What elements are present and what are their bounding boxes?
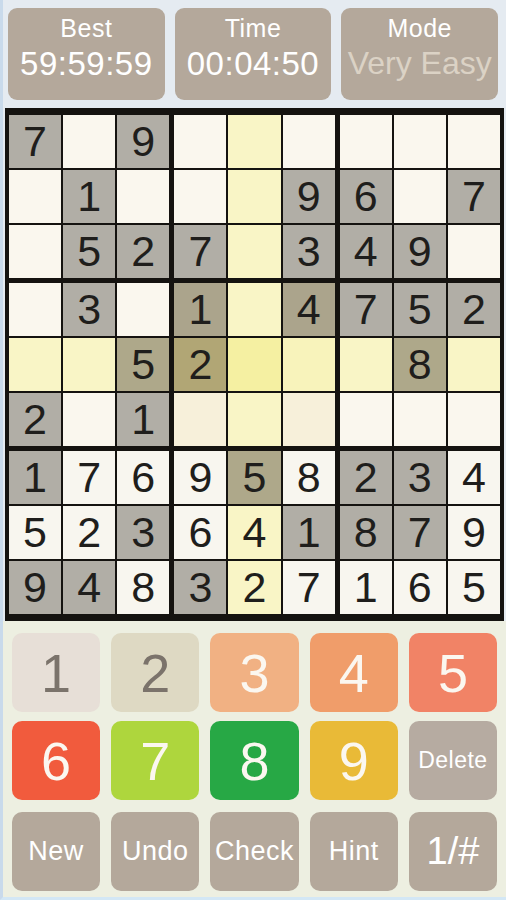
board-box-8: 958641327 [174, 451, 334, 614]
cell-r5c9[interactable] [448, 338, 500, 391]
cell-r1c3[interactable]: 9 [117, 115, 169, 168]
cell-r3c2[interactable]: 5 [63, 225, 115, 278]
cell-r2c4[interactable] [174, 170, 226, 223]
cell-r6c3[interactable]: 1 [117, 393, 169, 446]
num-button-9[interactable]: 9 [310, 721, 398, 800]
num-button-5[interactable]: 5 [409, 633, 497, 712]
cell-r9c6[interactable]: 7 [283, 561, 335, 614]
cell-r8c9[interactable]: 9 [448, 506, 500, 559]
cell-r3c4[interactable]: 7 [174, 225, 226, 278]
cell-r6c9[interactable] [448, 393, 500, 446]
new-button[interactable]: New [12, 812, 100, 891]
cell-r2c9[interactable]: 7 [448, 170, 500, 223]
cell-r5c7[interactable] [340, 338, 392, 391]
button-pad: 12345 6789Delete NewUndoCheckHint1/# [3, 621, 506, 900]
cell-r7c7[interactable]: 2 [340, 451, 392, 504]
cell-r4c1[interactable] [9, 283, 61, 336]
mode-value: Very Easy [341, 45, 498, 82]
board-box-9: 234879165 [340, 451, 500, 614]
cell-r2c3[interactable] [117, 170, 169, 223]
cell-r4c5[interactable] [228, 283, 280, 336]
cell-r5c1[interactable] [9, 338, 61, 391]
cell-r6c1[interactable]: 2 [9, 393, 61, 446]
cell-r4c9[interactable]: 2 [448, 283, 500, 336]
cell-r4c6[interactable]: 4 [283, 283, 335, 336]
cell-r9c9[interactable]: 5 [448, 561, 500, 614]
cell-r3c1[interactable] [9, 225, 61, 278]
cell-r1c8[interactable] [394, 115, 446, 168]
undo-button[interactable]: Undo [111, 812, 199, 891]
cell-r2c1[interactable] [9, 170, 61, 223]
cell-r1c6[interactable] [283, 115, 335, 168]
cell-r1c2[interactable] [63, 115, 115, 168]
num-button-1[interactable]: 1 [12, 633, 100, 712]
delete-button[interactable]: Delete [409, 721, 497, 800]
cell-r6c6[interactable] [283, 393, 335, 446]
cell-r4c8[interactable]: 5 [394, 283, 446, 336]
num-button-4[interactable]: 4 [310, 633, 398, 712]
cell-r7c2[interactable]: 7 [63, 451, 115, 504]
toolbar: Best 59:59:59 Time 00:04:50 Mode Very Ea… [3, 0, 506, 100]
check-button[interactable]: Check [210, 812, 298, 891]
num-button-7[interactable]: 7 [111, 721, 199, 800]
cell-r7c1[interactable]: 1 [9, 451, 61, 504]
cell-r1c1[interactable]: 7 [9, 115, 61, 168]
cell-r5c2[interactable] [63, 338, 115, 391]
number-pad-row-2: 6789Delete [12, 721, 497, 800]
cell-r9c2[interactable]: 4 [63, 561, 115, 614]
cell-r5c3[interactable]: 5 [117, 338, 169, 391]
cell-r9c7[interactable]: 1 [340, 561, 392, 614]
cell-r1c9[interactable] [448, 115, 500, 168]
cell-r9c8[interactable]: 6 [394, 561, 446, 614]
board-box-7: 176523948 [9, 451, 169, 614]
cell-r3c6[interactable]: 3 [283, 225, 335, 278]
numpad-toggle-button[interactable]: 1/# [409, 812, 497, 891]
cell-r4c7[interactable]: 7 [340, 283, 392, 336]
cell-r2c8[interactable] [394, 170, 446, 223]
cell-r6c7[interactable] [340, 393, 392, 446]
cell-r6c2[interactable] [63, 393, 115, 446]
board-box-5: 142 [174, 283, 334, 446]
cell-r1c4[interactable] [174, 115, 226, 168]
sudoku-board: 7915297367493521142752817652394895864132… [5, 108, 504, 621]
cell-r3c9[interactable] [448, 225, 500, 278]
cell-r7c5[interactable]: 5 [228, 451, 280, 504]
cell-r2c2[interactable]: 1 [63, 170, 115, 223]
cell-r8c8[interactable]: 7 [394, 506, 446, 559]
cell-r2c5[interactable] [228, 170, 280, 223]
cell-r6c8[interactable] [394, 393, 446, 446]
time-value: 00:04:50 [175, 45, 332, 83]
board-box-6: 7528 [340, 283, 500, 446]
cell-r9c4[interactable]: 3 [174, 561, 226, 614]
cell-r7c9[interactable]: 4 [448, 451, 500, 504]
cell-r5c6[interactable] [283, 338, 335, 391]
cell-r7c3[interactable]: 6 [117, 451, 169, 504]
hint-button[interactable]: Hint [310, 812, 398, 891]
board-box-3: 6749 [340, 115, 500, 278]
cell-r3c3[interactable]: 2 [117, 225, 169, 278]
cell-r3c8[interactable]: 9 [394, 225, 446, 278]
app-screen: Best 59:59:59 Time 00:04:50 Mode Very Ea… [0, 0, 506, 900]
cell-r5c8[interactable]: 8 [394, 338, 446, 391]
num-button-6[interactable]: 6 [12, 721, 100, 800]
cell-r7c4[interactable]: 9 [174, 451, 226, 504]
board-box-4: 3521 [9, 283, 169, 446]
best-panel: Best 59:59:59 [8, 8, 165, 100]
num-button-8[interactable]: 8 [210, 721, 298, 800]
cell-r1c5[interactable] [228, 115, 280, 168]
cell-r8c1[interactable]: 5 [9, 506, 61, 559]
cell-r7c6[interactable]: 8 [283, 451, 335, 504]
cell-r2c7[interactable]: 6 [340, 170, 392, 223]
cell-r8c7[interactable]: 8 [340, 506, 392, 559]
num-button-2[interactable]: 2 [111, 633, 199, 712]
cell-r1c7[interactable] [340, 115, 392, 168]
best-value: 59:59:59 [8, 45, 165, 83]
mode-panel[interactable]: Mode Very Easy [341, 8, 498, 100]
action-button-row: NewUndoCheckHint1/# [12, 812, 497, 891]
cell-r5c5[interactable] [228, 338, 280, 391]
board-box-2: 973 [174, 115, 334, 278]
number-pad-row-1: 12345 [12, 633, 497, 712]
cell-r8c4[interactable]: 6 [174, 506, 226, 559]
cell-r9c1[interactable]: 9 [9, 561, 61, 614]
board-box-1: 79152 [9, 115, 169, 278]
cell-r9c5[interactable]: 2 [228, 561, 280, 614]
cell-r8c3[interactable]: 3 [117, 506, 169, 559]
num-button-3[interactable]: 3 [210, 633, 298, 712]
time-label: Time [175, 14, 332, 43]
mode-label: Mode [341, 14, 498, 43]
cell-r8c2[interactable]: 2 [63, 506, 115, 559]
cell-r9c3[interactable]: 8 [117, 561, 169, 614]
cell-r8c6[interactable]: 1 [283, 506, 335, 559]
time-panel: Time 00:04:50 [175, 8, 332, 100]
cell-r4c3[interactable] [117, 283, 169, 336]
cell-r2c6[interactable]: 9 [283, 170, 335, 223]
cell-r3c5[interactable] [228, 225, 280, 278]
cell-r4c4[interactable]: 1 [174, 283, 226, 336]
cell-r4c2[interactable]: 3 [63, 283, 115, 336]
cell-r7c8[interactable]: 3 [394, 451, 446, 504]
cell-r5c4[interactable]: 2 [174, 338, 226, 391]
cell-r3c7[interactable]: 4 [340, 225, 392, 278]
best-label: Best [8, 14, 165, 43]
cell-r8c5[interactable]: 4 [228, 506, 280, 559]
cell-r6c5[interactable] [228, 393, 280, 446]
cell-r6c4[interactable] [174, 393, 226, 446]
